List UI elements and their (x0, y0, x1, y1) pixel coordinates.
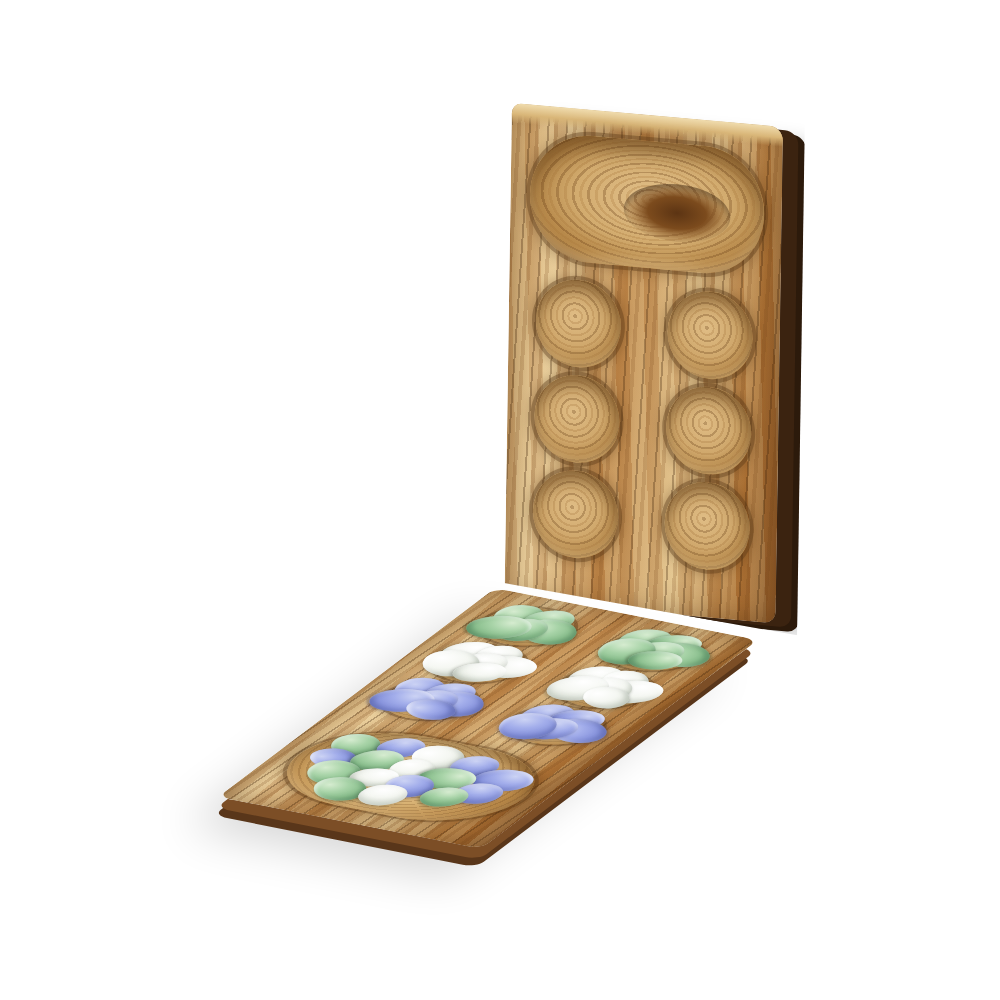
upper-pits-grid (526, 272, 759, 578)
upper-pit-2[interactable] (667, 288, 754, 383)
lower-pits-grid (354, 598, 729, 754)
photo-canvas (0, 0, 1000, 1000)
upper-pit-4[interactable] (665, 383, 752, 478)
lower-pit-row3-right[interactable] (492, 701, 619, 751)
upper-store-pit[interactable] (529, 131, 765, 279)
lower-board-half (218, 588, 758, 849)
upper-board-half (505, 103, 784, 623)
upper-pit-1[interactable] (535, 276, 622, 371)
upper-pit-5[interactable] (532, 467, 619, 562)
upper-pit-6[interactable] (664, 479, 751, 574)
wood-knot (623, 179, 730, 246)
lower-pit-row3-left[interactable] (366, 676, 493, 726)
upper-pit-3[interactable] (534, 372, 621, 467)
